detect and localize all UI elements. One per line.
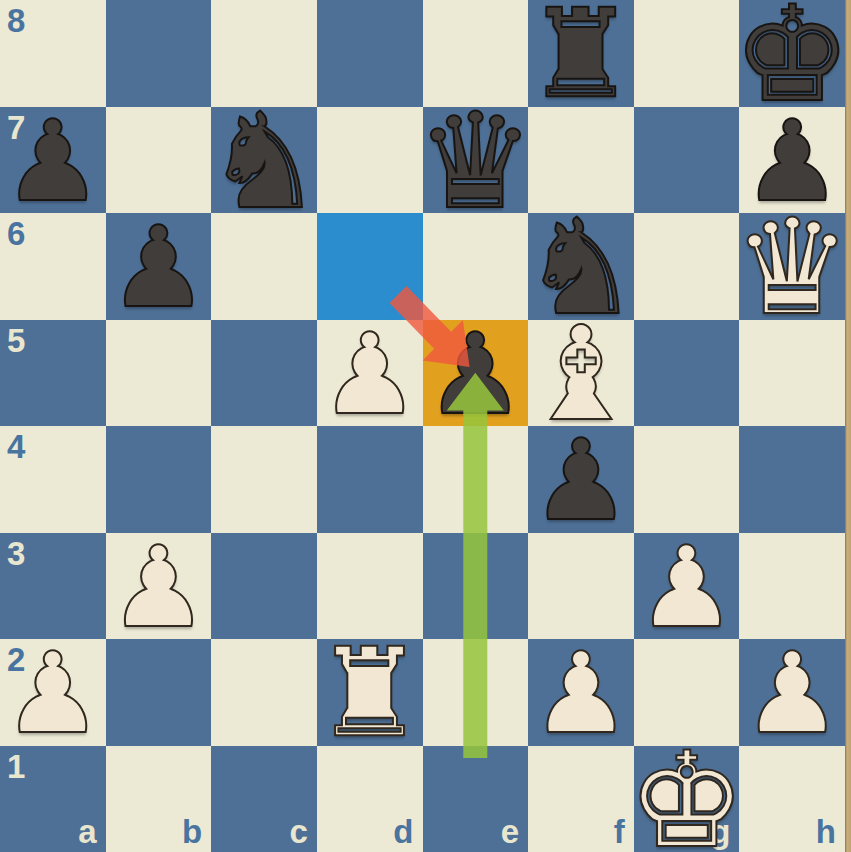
- square-e7[interactable]: ♛: [423, 107, 529, 214]
- square-c4[interactable]: [211, 426, 317, 533]
- square-e5[interactable]: ♟: [423, 320, 529, 427]
- square-a8[interactable]: 8: [0, 0, 106, 107]
- square-g7[interactable]: [634, 107, 740, 214]
- square-g6[interactable]: [634, 213, 740, 320]
- square-h1[interactable]: h: [739, 746, 845, 852]
- square-h6[interactable]: ♛: [739, 213, 845, 320]
- square-e1[interactable]: e: [423, 746, 529, 852]
- square-d4[interactable]: [317, 426, 423, 533]
- square-c5[interactable]: [211, 320, 317, 427]
- square-f2[interactable]: ♟: [528, 639, 634, 746]
- square-b4[interactable]: [106, 426, 212, 533]
- square-f1[interactable]: f: [528, 746, 634, 852]
- square-g3[interactable]: ♟: [634, 533, 740, 640]
- piece-white-pawn[interactable]: ♟: [636, 531, 736, 643]
- piece-black-rook[interactable]: ♜: [526, 0, 635, 115]
- square-h4[interactable]: [739, 426, 845, 533]
- square-e2[interactable]: [423, 639, 529, 746]
- piece-black-queen[interactable]: ♛: [416, 95, 534, 227]
- file-label-e: e: [501, 815, 519, 848]
- square-d2[interactable]: ♜: [317, 639, 423, 746]
- square-a5[interactable]: 5: [0, 320, 106, 427]
- piece-white-pawn[interactable]: ♟: [3, 637, 103, 749]
- square-b5[interactable]: [106, 320, 212, 427]
- piece-white-pawn[interactable]: ♟: [531, 637, 631, 749]
- file-label-f: f: [614, 815, 625, 848]
- piece-white-rook[interactable]: ♜: [315, 632, 424, 754]
- piece-black-pawn[interactable]: ♟: [531, 424, 631, 536]
- square-h2[interactable]: ♟: [739, 639, 845, 746]
- file-label-h: h: [816, 815, 836, 848]
- piece-black-pawn[interactable]: ♟: [425, 318, 525, 430]
- square-b8[interactable]: [106, 0, 212, 107]
- square-e4[interactable]: [423, 426, 529, 533]
- square-f3[interactable]: [528, 533, 634, 640]
- file-label-d: d: [393, 815, 413, 848]
- piece-black-knight[interactable]: ♞: [205, 95, 323, 227]
- square-f5[interactable]: ♝: [528, 320, 634, 427]
- rank-label-3: 3: [7, 537, 25, 570]
- square-b7[interactable]: [106, 107, 212, 214]
- square-a3[interactable]: 3: [0, 533, 106, 640]
- square-g8[interactable]: [634, 0, 740, 107]
- chess-board: 8♜♚7♟♞♛♟6♟♞♛5♟♟♝4♟3♟♟2♟♜♟♟1abcdefg♚h: [0, 0, 851, 852]
- rank-label-8: 8: [7, 4, 25, 37]
- file-label-c: c: [290, 815, 308, 848]
- board-grid: 8♜♚7♟♞♛♟6♟♞♛5♟♟♝4♟3♟♟2♟♜♟♟1abcdefg♚h: [0, 0, 845, 852]
- square-h3[interactable]: [739, 533, 845, 640]
- square-g5[interactable]: [634, 320, 740, 427]
- square-g1[interactable]: g♚: [634, 746, 740, 852]
- piece-white-pawn[interactable]: ♟: [742, 637, 842, 749]
- square-d5[interactable]: ♟: [317, 320, 423, 427]
- piece-white-pawn[interactable]: ♟: [319, 318, 419, 430]
- square-c1[interactable]: c: [211, 746, 317, 852]
- square-c7[interactable]: ♞: [211, 107, 317, 214]
- square-a2[interactable]: 2♟: [0, 639, 106, 746]
- piece-white-king[interactable]: ♚: [627, 734, 745, 852]
- file-label-a: a: [78, 815, 96, 848]
- square-d8[interactable]: [317, 0, 423, 107]
- square-e3[interactable]: [423, 533, 529, 640]
- square-b1[interactable]: b: [106, 746, 212, 852]
- square-d7[interactable]: [317, 107, 423, 214]
- board-edge-strip: [845, 0, 851, 852]
- piece-white-pawn[interactable]: ♟: [108, 531, 208, 643]
- rank-label-5: 5: [7, 324, 25, 357]
- piece-white-queen[interactable]: ♛: [733, 201, 851, 333]
- file-label-b: b: [182, 815, 202, 848]
- square-a6[interactable]: 6: [0, 213, 106, 320]
- square-a7[interactable]: 7♟: [0, 107, 106, 214]
- square-a1[interactable]: 1a: [0, 746, 106, 852]
- square-b2[interactable]: [106, 639, 212, 746]
- square-g4[interactable]: [634, 426, 740, 533]
- square-b3[interactable]: ♟: [106, 533, 212, 640]
- piece-black-pawn[interactable]: ♟: [108, 211, 208, 323]
- piece-black-pawn[interactable]: ♟: [3, 105, 103, 217]
- square-a4[interactable]: 4: [0, 426, 106, 533]
- square-f4[interactable]: ♟: [528, 426, 634, 533]
- square-c2[interactable]: [211, 639, 317, 746]
- rank-label-4: 4: [7, 430, 25, 463]
- square-h8[interactable]: ♚: [739, 0, 845, 107]
- square-b6[interactable]: ♟: [106, 213, 212, 320]
- square-f8[interactable]: ♜: [528, 0, 634, 107]
- square-c3[interactable]: [211, 533, 317, 640]
- square-d6[interactable]: [317, 213, 423, 320]
